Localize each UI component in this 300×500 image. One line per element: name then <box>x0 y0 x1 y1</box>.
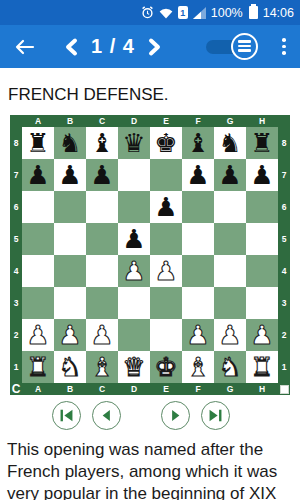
rank-label: 3 <box>278 287 290 319</box>
rank-label: 2 <box>10 319 22 351</box>
white-pawn: ♟ <box>250 322 273 348</box>
square-c2[interactable]: ♟ <box>86 319 118 351</box>
square-e2[interactable] <box>150 319 182 351</box>
square-b8[interactable]: ♞ <box>54 127 86 159</box>
square-f2[interactable]: ♟ <box>182 319 214 351</box>
square-c6[interactable] <box>86 191 118 223</box>
square-g2[interactable]: ♟ <box>214 319 246 351</box>
white-rook: ♜ <box>26 354 49 380</box>
file-label: D <box>118 383 150 395</box>
square-f6[interactable] <box>182 191 214 223</box>
side-to-move-indicator <box>280 385 289 394</box>
square-d8[interactable]: ♛ <box>118 127 150 159</box>
square-h3[interactable] <box>246 287 278 319</box>
square-e3[interactable] <box>150 287 182 319</box>
square-e8[interactable]: ♚ <box>150 127 182 159</box>
file-label: D <box>118 115 150 127</box>
square-f4[interactable] <box>182 255 214 287</box>
move-navigation <box>52 401 300 430</box>
black-knight: ♞ <box>218 130 241 156</box>
square-c7[interactable]: ♟ <box>86 159 118 191</box>
skip-to-start-icon <box>58 407 75 424</box>
square-a3[interactable] <box>22 287 54 319</box>
black-pawn: ♟ <box>154 194 177 220</box>
file-label: H <box>246 383 278 395</box>
next-move-icon <box>167 407 184 424</box>
rank-label: 2 <box>278 319 290 351</box>
square-h6[interactable] <box>246 191 278 223</box>
square-d1[interactable]: ♛ <box>118 351 150 383</box>
square-b6[interactable] <box>54 191 86 223</box>
rank-label: 7 <box>10 159 22 191</box>
file-label: C <box>86 383 118 395</box>
skip-to-end-icon <box>207 407 224 424</box>
black-pawn: ♟ <box>250 162 273 188</box>
rank-label: 8 <box>278 127 290 159</box>
back-arrow-icon <box>13 38 35 56</box>
previous-page-button[interactable] <box>59 33 82 61</box>
rank-label: 4 <box>278 255 290 287</box>
square-h4[interactable] <box>246 255 278 287</box>
square-f7[interactable]: ♟ <box>182 159 214 191</box>
overflow-menu-icon[interactable] <box>272 38 296 55</box>
square-a2[interactable]: ♟ <box>22 319 54 351</box>
square-b2[interactable]: ♟ <box>54 319 86 351</box>
status-bar: 1 100% 14:06 <box>0 0 300 25</box>
previous-move-icon <box>98 407 115 424</box>
rank-label: 5 <box>10 223 22 255</box>
white-pawn: ♟ <box>122 258 145 284</box>
black-queen: ♛ <box>122 130 145 156</box>
square-h8[interactable]: ♜ <box>246 127 278 159</box>
black-pawn: ♟ <box>90 162 113 188</box>
chess-board: ABCDEFGH8♜♞♝♛♚♝♞♜87♟♟♟♟♟♟76♟65♟54♟♟4332♟… <box>10 115 290 395</box>
page-title: FRENCH DEFENSE. <box>8 85 292 105</box>
clock-text: 14:06 <box>263 6 294 20</box>
file-label: C <box>86 115 118 127</box>
square-e1[interactable]: ♚ <box>150 351 182 383</box>
white-pawn: ♟ <box>58 322 81 348</box>
square-a6[interactable] <box>22 191 54 223</box>
square-f8[interactable]: ♝ <box>182 127 214 159</box>
rank-label: 1 <box>278 351 290 383</box>
rank-label: 1 <box>10 351 22 383</box>
square-b3[interactable] <box>54 287 86 319</box>
square-g8[interactable]: ♞ <box>214 127 246 159</box>
square-b1[interactable]: ♞ <box>54 351 86 383</box>
square-h5[interactable] <box>246 223 278 255</box>
white-bishop: ♝ <box>186 354 209 380</box>
black-rook: ♜ <box>26 130 49 156</box>
alarm-icon <box>141 6 154 19</box>
white-rook: ♜ <box>250 354 273 380</box>
board-list-toggle-icon <box>231 33 258 60</box>
square-d5[interactable]: ♟ <box>118 223 150 255</box>
white-pawn: ♟ <box>154 258 177 284</box>
black-rook: ♜ <box>250 130 273 156</box>
file-label: H <box>246 115 278 127</box>
next-page-button[interactable] <box>144 33 167 61</box>
square-d6[interactable] <box>118 191 150 223</box>
previous-move-button[interactable] <box>92 401 121 430</box>
square-f3[interactable] <box>182 287 214 319</box>
square-a7[interactable]: ♟ <box>22 159 54 191</box>
square-g1[interactable]: ♞ <box>214 351 246 383</box>
square-a8[interactable]: ♜ <box>22 127 54 159</box>
square-b5[interactable] <box>54 223 86 255</box>
square-a1[interactable]: ♜ <box>22 351 54 383</box>
white-bishop: ♝ <box>90 354 113 380</box>
back-button[interactable] <box>13 38 35 56</box>
file-label: F <box>182 115 214 127</box>
black-pawn: ♟ <box>58 162 81 188</box>
rank-label: 6 <box>278 191 290 223</box>
file-label: F <box>182 383 214 395</box>
white-pawn: ♟ <box>26 322 49 348</box>
first-move-button[interactable] <box>52 401 81 430</box>
page-indicator: 1 / 4 <box>91 35 135 58</box>
square-f1[interactable]: ♝ <box>182 351 214 383</box>
description-text: This opening was named after the French … <box>7 439 293 500</box>
file-label: G <box>214 115 246 127</box>
square-d7[interactable] <box>118 159 150 191</box>
page-navigator: 1 / 4 <box>59 33 167 61</box>
rank-label: 4 <box>10 255 22 287</box>
next-move-button[interactable] <box>161 401 190 430</box>
board-corner-top-right <box>278 115 290 127</box>
square-e4[interactable]: ♟ <box>150 255 182 287</box>
square-e6[interactable]: ♟ <box>150 191 182 223</box>
white-queen: ♛ <box>122 354 145 380</box>
black-knight: ♞ <box>58 130 81 156</box>
wifi-icon <box>159 7 173 19</box>
square-b4[interactable] <box>54 255 86 287</box>
square-e5[interactable] <box>150 223 182 255</box>
white-king: ♚ <box>154 354 177 380</box>
square-d2[interactable] <box>118 319 150 351</box>
white-pawn: ♟ <box>90 322 113 348</box>
square-g6[interactable] <box>214 191 246 223</box>
square-g3[interactable] <box>214 287 246 319</box>
black-pawn: ♟ <box>26 162 49 188</box>
black-pawn: ♟ <box>122 226 145 252</box>
prev-chevron-icon <box>63 37 78 57</box>
black-king: ♚ <box>154 130 177 156</box>
square-c5[interactable] <box>86 223 118 255</box>
rank-label: 7 <box>278 159 290 191</box>
rank-label: 3 <box>10 287 22 319</box>
sim-icon: 1 <box>178 6 188 19</box>
black-pawn: ♟ <box>218 162 241 188</box>
square-h1[interactable]: ♜ <box>246 351 278 383</box>
square-e7[interactable] <box>150 159 182 191</box>
white-pawn: ♟ <box>218 322 241 348</box>
square-g7[interactable]: ♟ <box>214 159 246 191</box>
white-pawn: ♟ <box>186 322 209 348</box>
square-h2[interactable]: ♟ <box>246 319 278 351</box>
file-label: G <box>214 383 246 395</box>
square-d3[interactable] <box>118 287 150 319</box>
black-pawn: ♟ <box>186 162 209 188</box>
square-a4[interactable] <box>22 255 54 287</box>
black-bishop: ♝ <box>186 130 209 156</box>
board-logo: C <box>10 383 22 395</box>
white-knight: ♞ <box>218 354 241 380</box>
board-corner-bottom-right <box>278 383 290 395</box>
white-knight: ♞ <box>58 354 81 380</box>
battery-icon <box>249 6 258 19</box>
square-d4[interactable]: ♟ <box>118 255 150 287</box>
last-move-button[interactable] <box>201 401 230 430</box>
square-h7[interactable]: ♟ <box>246 159 278 191</box>
file-label: A <box>22 115 54 127</box>
square-c4[interactable] <box>86 255 118 287</box>
file-label: A <box>22 383 54 395</box>
square-g4[interactable] <box>214 255 246 287</box>
square-g5[interactable] <box>214 223 246 255</box>
square-b7[interactable]: ♟ <box>54 159 86 191</box>
next-chevron-icon <box>148 37 163 57</box>
file-label: B <box>54 383 86 395</box>
rank-label: 8 <box>10 127 22 159</box>
file-label: E <box>150 383 182 395</box>
square-f5[interactable] <box>182 223 214 255</box>
rank-label: 6 <box>10 191 22 223</box>
signal-icon <box>193 7 206 19</box>
file-label: E <box>150 115 182 127</box>
black-bishop: ♝ <box>90 130 113 156</box>
file-label: B <box>54 115 86 127</box>
board-list-toggle[interactable] <box>206 33 258 61</box>
square-a5[interactable] <box>22 223 54 255</box>
toolbar: 1 / 4 <box>0 25 300 68</box>
board-corner-top-left <box>10 115 22 127</box>
battery-percent: 100% <box>211 6 243 20</box>
rank-label: 5 <box>278 223 290 255</box>
square-c3[interactable] <box>86 287 118 319</box>
square-c8[interactable]: ♝ <box>86 127 118 159</box>
square-c1[interactable]: ♝ <box>86 351 118 383</box>
